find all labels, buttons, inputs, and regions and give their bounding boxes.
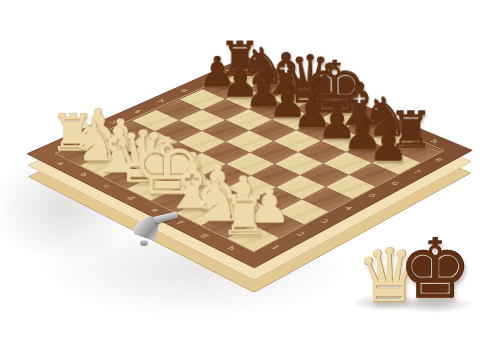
piece-glyph: ♟ [368,122,408,167]
clasp-pin [140,240,148,246]
rank-label-5: 5 [145,94,177,108]
product-photo-scene: abcdefgh abcdefgh 87654321 87654321 ♜♞♝♛… [0,0,500,353]
extra-black-king[interactable]: ♚ [398,228,472,310]
clasp-arm [154,211,179,224]
metal-clasp [126,206,182,254]
pieces-layer: ♜♞♝♛♚♝♞♜♟♟♟♟♟♟♟♟♟♟♟♟♟♟♟♟♜♞♝♛♚♝♞♜ [57,69,442,251]
piece-glyph: ♜ [220,189,269,243]
